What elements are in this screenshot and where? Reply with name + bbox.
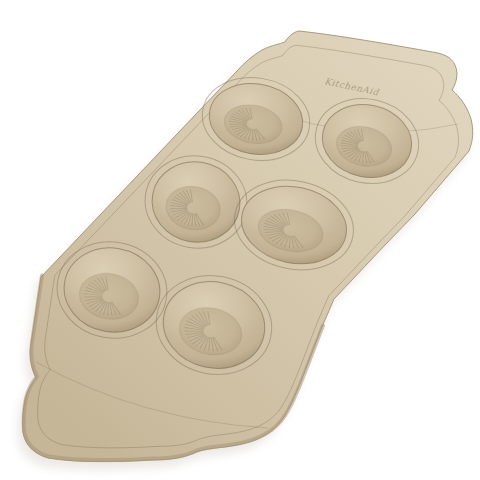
product-photo: KitchenAid bbox=[0, 0, 480, 480]
muffin-pan-photo: KitchenAid bbox=[0, 0, 480, 480]
